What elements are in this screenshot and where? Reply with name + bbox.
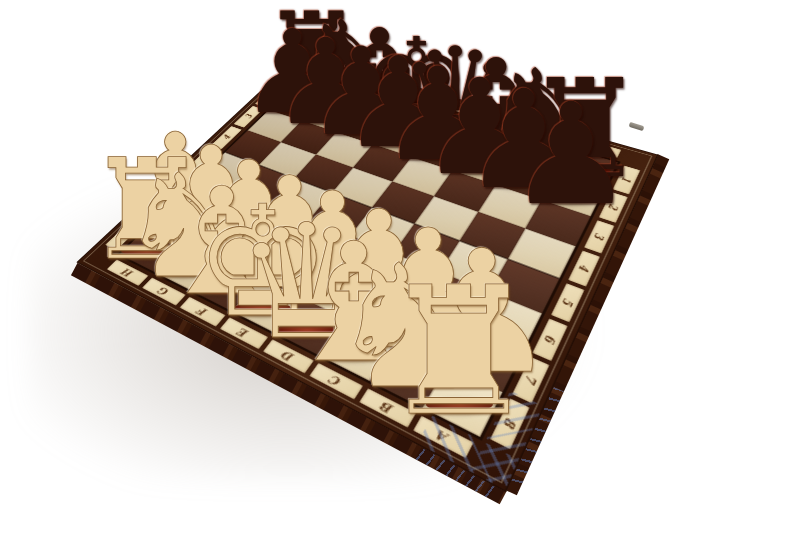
felt-base [194,282,250,294]
piece-light-knight-g8: ♞ [112,155,255,298]
piece-dark-rook-a1: ♜ [518,62,653,197]
piece-glyph: ♟ [267,23,385,141]
piece-glyph: ♟ [501,85,641,225]
piece-dark-bishop-c1: ♝ [432,41,560,169]
piece-glyph: ♟ [216,157,363,304]
piece-glyph: ♝ [148,170,296,318]
felt-base [425,398,492,412]
piece-dark-pawn-e2: ♟ [336,42,461,167]
chess-set-photo: HGFEDCBA HGFEDCBA 12345678 12345678 ♜♞♟♝… [0,0,800,533]
felt-base [222,251,276,262]
piece-dark-queen-d1: ♛ [393,32,517,156]
piece-dark-rook-h1: ♜ [256,0,368,110]
piece-dark-knight-b1: ♞ [474,51,605,182]
felt-base [375,136,422,146]
felt-base [234,302,292,314]
felt-base [150,218,201,229]
felt-base [449,356,513,370]
piece-light-rook-h8: ♜ [78,140,217,279]
piece-glyph: ♜ [518,62,653,197]
felt-base [514,151,564,162]
piece-light-pawn-g7: ♟ [142,129,280,267]
piece-glyph: ♟ [301,32,422,153]
piece-light-king-e8: ♚ [186,186,339,339]
piece-glyph: ♜ [371,263,548,440]
felt-base [349,310,409,323]
piece-dark-king-e1: ♚ [356,23,477,144]
piece-glyph: ♟ [300,190,458,347]
piece-glyph: ♞ [287,6,402,121]
felt-base [372,371,437,385]
piece-dark-pawn-a2: ♟ [501,85,641,225]
piece-light-rook-a8: ♜ [371,263,548,440]
piece-light-queen-d8: ♛ [227,203,385,361]
piece-glyph: ♜ [78,140,217,279]
piece-light-knight-b8: ♞ [319,242,489,412]
piece-glyph: ♟ [178,143,321,286]
piece-light-pawn-h7: ♟ [108,116,242,250]
piece-dark-pawn-g2: ♟ [267,23,385,141]
piece-glyph: ♞ [112,155,255,298]
piece-glyph: ♟ [108,116,242,250]
piece-glyph: ♛ [393,32,517,156]
felt-base [185,234,237,245]
felt-base [393,114,439,124]
felt-base [544,191,597,202]
felt-base [357,103,402,112]
felt-base [261,269,317,281]
felt-base [303,113,348,122]
piece-glyph: ♞ [319,242,489,412]
piece-glyph: ♟ [414,62,546,194]
piece-light-pawn-f7: ♟ [178,143,321,286]
piece-light-pawn-b7: ♟ [347,208,510,371]
piece-light-pawn-c7: ♟ [300,190,458,347]
felt-base [121,246,174,257]
piece-glyph: ♞ [474,51,605,182]
piece-glyph: ♝ [432,41,560,169]
piece-glyph: ♟ [374,51,502,179]
felt-base [290,83,332,92]
piece-light-bishop-f8: ♝ [148,170,296,318]
piece-glyph: ♟ [256,173,408,325]
piece-glyph: ♟ [397,227,567,397]
felt-base [323,346,385,359]
felt-base [397,332,459,345]
piece-dark-pawn-d2: ♟ [374,51,502,179]
piece-glyph: ♛ [227,203,385,361]
piece-light-pawn-e7: ♟ [216,157,363,304]
piece-glyph: ♟ [347,208,510,371]
piece-dark-pawn-h2: ♟ [235,15,350,130]
felt-base [270,102,314,111]
piece-glyph: ♚ [356,23,477,144]
piece-dark-bishop-f1: ♝ [321,14,439,132]
piece-glyph: ♟ [142,129,280,267]
felt-base [455,162,505,173]
felt-base [560,165,611,176]
felt-base [156,263,210,274]
felt-base [323,93,367,102]
piece-light-pawn-a7: ♟ [397,227,567,397]
piece-dark-pawn-c2: ♟ [414,62,546,194]
piece-glyph: ♜ [256,0,368,110]
felt-base [472,138,521,148]
piece-light-pawn-d7: ♟ [256,173,408,325]
piece-glyph: ♝ [272,222,436,386]
piece-glyph: ♟ [456,73,592,209]
piece-glyph: ♚ [186,186,339,339]
pieces-layer: ♜♞♟♝♟♚♟♛♟♝♟♞♟♜♟♟♟♟♜♟♞♟♝♟♚♟♛♟♝♟♞♜ [0,0,800,533]
piece-dark-pawn-f2: ♟ [301,32,422,153]
felt-base [338,124,384,134]
piece-light-bishop-c8: ♝ [272,222,436,386]
piece-dark-pawn-b2: ♟ [456,73,592,209]
piece-glyph: ♟ [336,42,461,167]
piece-dark-knight-g1: ♞ [287,6,402,121]
felt-base [276,323,336,336]
felt-base [414,149,463,159]
piece-glyph: ♝ [321,14,439,132]
felt-base [431,126,478,136]
piece-glyph: ♟ [235,15,350,130]
felt-base [498,176,550,187]
felt-base [304,289,362,301]
